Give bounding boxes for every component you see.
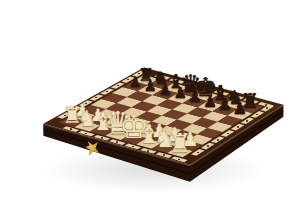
piece-black-p: ♟ [129,75,142,89]
border-coordinate-mark [101,137,103,139]
piece-black-p: ♟ [203,94,217,110]
piece-black-p: ♟ [173,86,187,101]
border-coordinate-mark [197,152,199,154]
border-coordinate-mark [237,126,239,128]
piece-black-p: ♟ [233,101,248,118]
border-coordinate-mark [207,145,209,147]
piece-black-p: ♟ [188,90,202,106]
border-coordinate-mark [217,139,219,141]
piece-white-r: ♜ [169,130,192,156]
piece-black-p: ♟ [218,97,233,113]
piece-black-p: ♟ [159,82,172,97]
chess-set-photo: ♜♞♝♛♚♝♞♜♟♟♟♟♟♟♟♟♟♟♟♟♟♟♟♟♜♞♝♛♚♝♞♜ [0,0,300,213]
piece-black-p: ♟ [144,79,157,94]
border-coordinate-mark [132,146,134,148]
border-coordinate-mark [163,154,165,156]
border-coordinate-mark [227,133,229,135]
border-coordinate-mark [70,128,72,130]
border-coordinate-mark [265,104,267,106]
